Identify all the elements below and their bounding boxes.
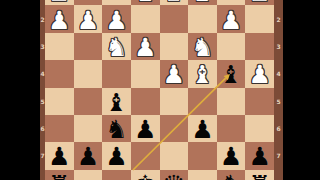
rank-label-right-3: 3 xyxy=(274,43,283,50)
square-d3 xyxy=(160,33,189,60)
square-c8 xyxy=(188,170,217,180)
square-a5 xyxy=(245,88,274,115)
piece-black-pawn: ♟ xyxy=(105,144,127,169)
board-grid: ♜♚♛♝♜♟♟♟♟♞♟♞♟♝♝♟♝♞♟♟♟♟♟♟♟♜♚♛♞♜ xyxy=(45,0,274,180)
square-b6 xyxy=(217,115,246,142)
square-h8: ♜ xyxy=(45,170,74,180)
rank-label-right-2: 2 xyxy=(274,16,283,23)
rank-label-right-6: 6 xyxy=(274,125,283,132)
square-e3: ♟ xyxy=(131,33,160,60)
piece-black-pawn: ♟ xyxy=(248,144,270,169)
square-f7: ♟ xyxy=(102,142,131,169)
piece-white-pawn: ♟ xyxy=(48,8,70,33)
piece-black-bishop: ♝ xyxy=(220,62,242,87)
piece-black-pawn: ♟ xyxy=(77,144,99,169)
square-c4: ♝ xyxy=(188,60,217,87)
square-a8: ♜ xyxy=(245,170,274,180)
square-f6: ♞ xyxy=(102,115,131,142)
square-e6: ♟ xyxy=(131,115,160,142)
rank-label-right-7: 7 xyxy=(274,152,283,159)
square-b8: ♞ xyxy=(217,170,246,180)
piece-black-king: ♚ xyxy=(134,172,156,180)
square-e1: ♚ xyxy=(131,0,160,5)
piece-white-bishop: ♝ xyxy=(191,0,213,5)
square-f2: ♟ xyxy=(102,5,131,32)
square-a6 xyxy=(245,115,274,142)
piece-white-knight: ♞ xyxy=(191,35,213,60)
square-c5 xyxy=(188,88,217,115)
square-d1: ♛ xyxy=(160,0,189,5)
piece-black-queen: ♛ xyxy=(163,172,185,180)
square-d5 xyxy=(160,88,189,115)
square-f3: ♞ xyxy=(102,33,131,60)
piece-white-pawn: ♟ xyxy=(77,8,99,33)
board-right-margin: 12345678 xyxy=(274,0,283,180)
square-h6 xyxy=(45,115,74,142)
square-a7: ♟ xyxy=(245,142,274,169)
piece-white-king: ♚ xyxy=(134,0,156,5)
square-c2 xyxy=(188,5,217,32)
piece-white-pawn: ♟ xyxy=(163,62,185,87)
piece-black-pawn: ♟ xyxy=(134,117,156,142)
piece-black-pawn: ♟ xyxy=(48,144,70,169)
piece-black-rook: ♜ xyxy=(248,172,270,180)
square-h5 xyxy=(45,88,74,115)
square-e8: ♚ xyxy=(131,170,160,180)
piece-black-knight: ♞ xyxy=(105,117,127,142)
piece-white-rook: ♜ xyxy=(248,0,270,5)
rank-label-right-4: 4 xyxy=(274,70,283,77)
square-e7 xyxy=(131,142,160,169)
piece-white-pawn: ♟ xyxy=(248,62,270,87)
piece-white-pawn: ♟ xyxy=(134,35,156,60)
piece-black-pawn: ♟ xyxy=(220,144,242,169)
square-d4: ♟ xyxy=(160,60,189,87)
square-h7: ♟ xyxy=(45,142,74,169)
square-g7: ♟ xyxy=(74,142,103,169)
square-g5 xyxy=(74,88,103,115)
square-c1: ♝ xyxy=(188,0,217,5)
square-g3 xyxy=(74,33,103,60)
square-a3 xyxy=(245,33,274,60)
piece-white-pawn: ♟ xyxy=(220,8,242,33)
piece-black-bishop: ♝ xyxy=(105,90,127,115)
square-c3: ♞ xyxy=(188,33,217,60)
square-b2: ♟ xyxy=(217,5,246,32)
chess-board: 12345678 12345678 ♜♚♛♝♜♟♟♟♟♞♟♞♟♝♝♟♝♞♟♟♟♟… xyxy=(40,0,283,180)
piece-white-rook: ♜ xyxy=(48,0,70,5)
square-h3 xyxy=(45,33,74,60)
video-frame: 12345678 12345678 ♜♚♛♝♜♟♟♟♟♞♟♞♟♝♝♟♝♞♟♟♟♟… xyxy=(0,0,320,180)
square-e5 xyxy=(131,88,160,115)
square-c7 xyxy=(188,142,217,169)
rank-label-right-5: 5 xyxy=(274,98,283,105)
piece-white-pawn: ♟ xyxy=(105,8,127,33)
square-h1: ♜ xyxy=(45,0,74,5)
square-g6 xyxy=(74,115,103,142)
piece-white-bishop: ♝ xyxy=(191,62,213,87)
square-a2 xyxy=(245,5,274,32)
square-b4: ♝ xyxy=(217,60,246,87)
square-a1: ♜ xyxy=(245,0,274,5)
square-c6: ♟ xyxy=(188,115,217,142)
piece-black-knight: ♞ xyxy=(220,172,242,180)
piece-white-knight: ♞ xyxy=(105,35,127,60)
piece-black-pawn: ♟ xyxy=(191,117,213,142)
square-g4 xyxy=(74,60,103,87)
square-h4 xyxy=(45,60,74,87)
square-h2: ♟ xyxy=(45,5,74,32)
square-e2 xyxy=(131,5,160,32)
square-b5 xyxy=(217,88,246,115)
square-e4 xyxy=(131,60,160,87)
square-f4 xyxy=(102,60,131,87)
piece-white-queen: ♛ xyxy=(163,0,185,5)
square-b7: ♟ xyxy=(217,142,246,169)
square-a4: ♟ xyxy=(245,60,274,87)
square-d2 xyxy=(160,5,189,32)
square-b3 xyxy=(217,33,246,60)
square-g2: ♟ xyxy=(74,5,103,32)
square-d6 xyxy=(160,115,189,142)
square-f5: ♝ xyxy=(102,88,131,115)
piece-black-rook: ♜ xyxy=(48,172,70,180)
square-d8: ♛ xyxy=(160,170,189,180)
square-d7 xyxy=(160,142,189,169)
